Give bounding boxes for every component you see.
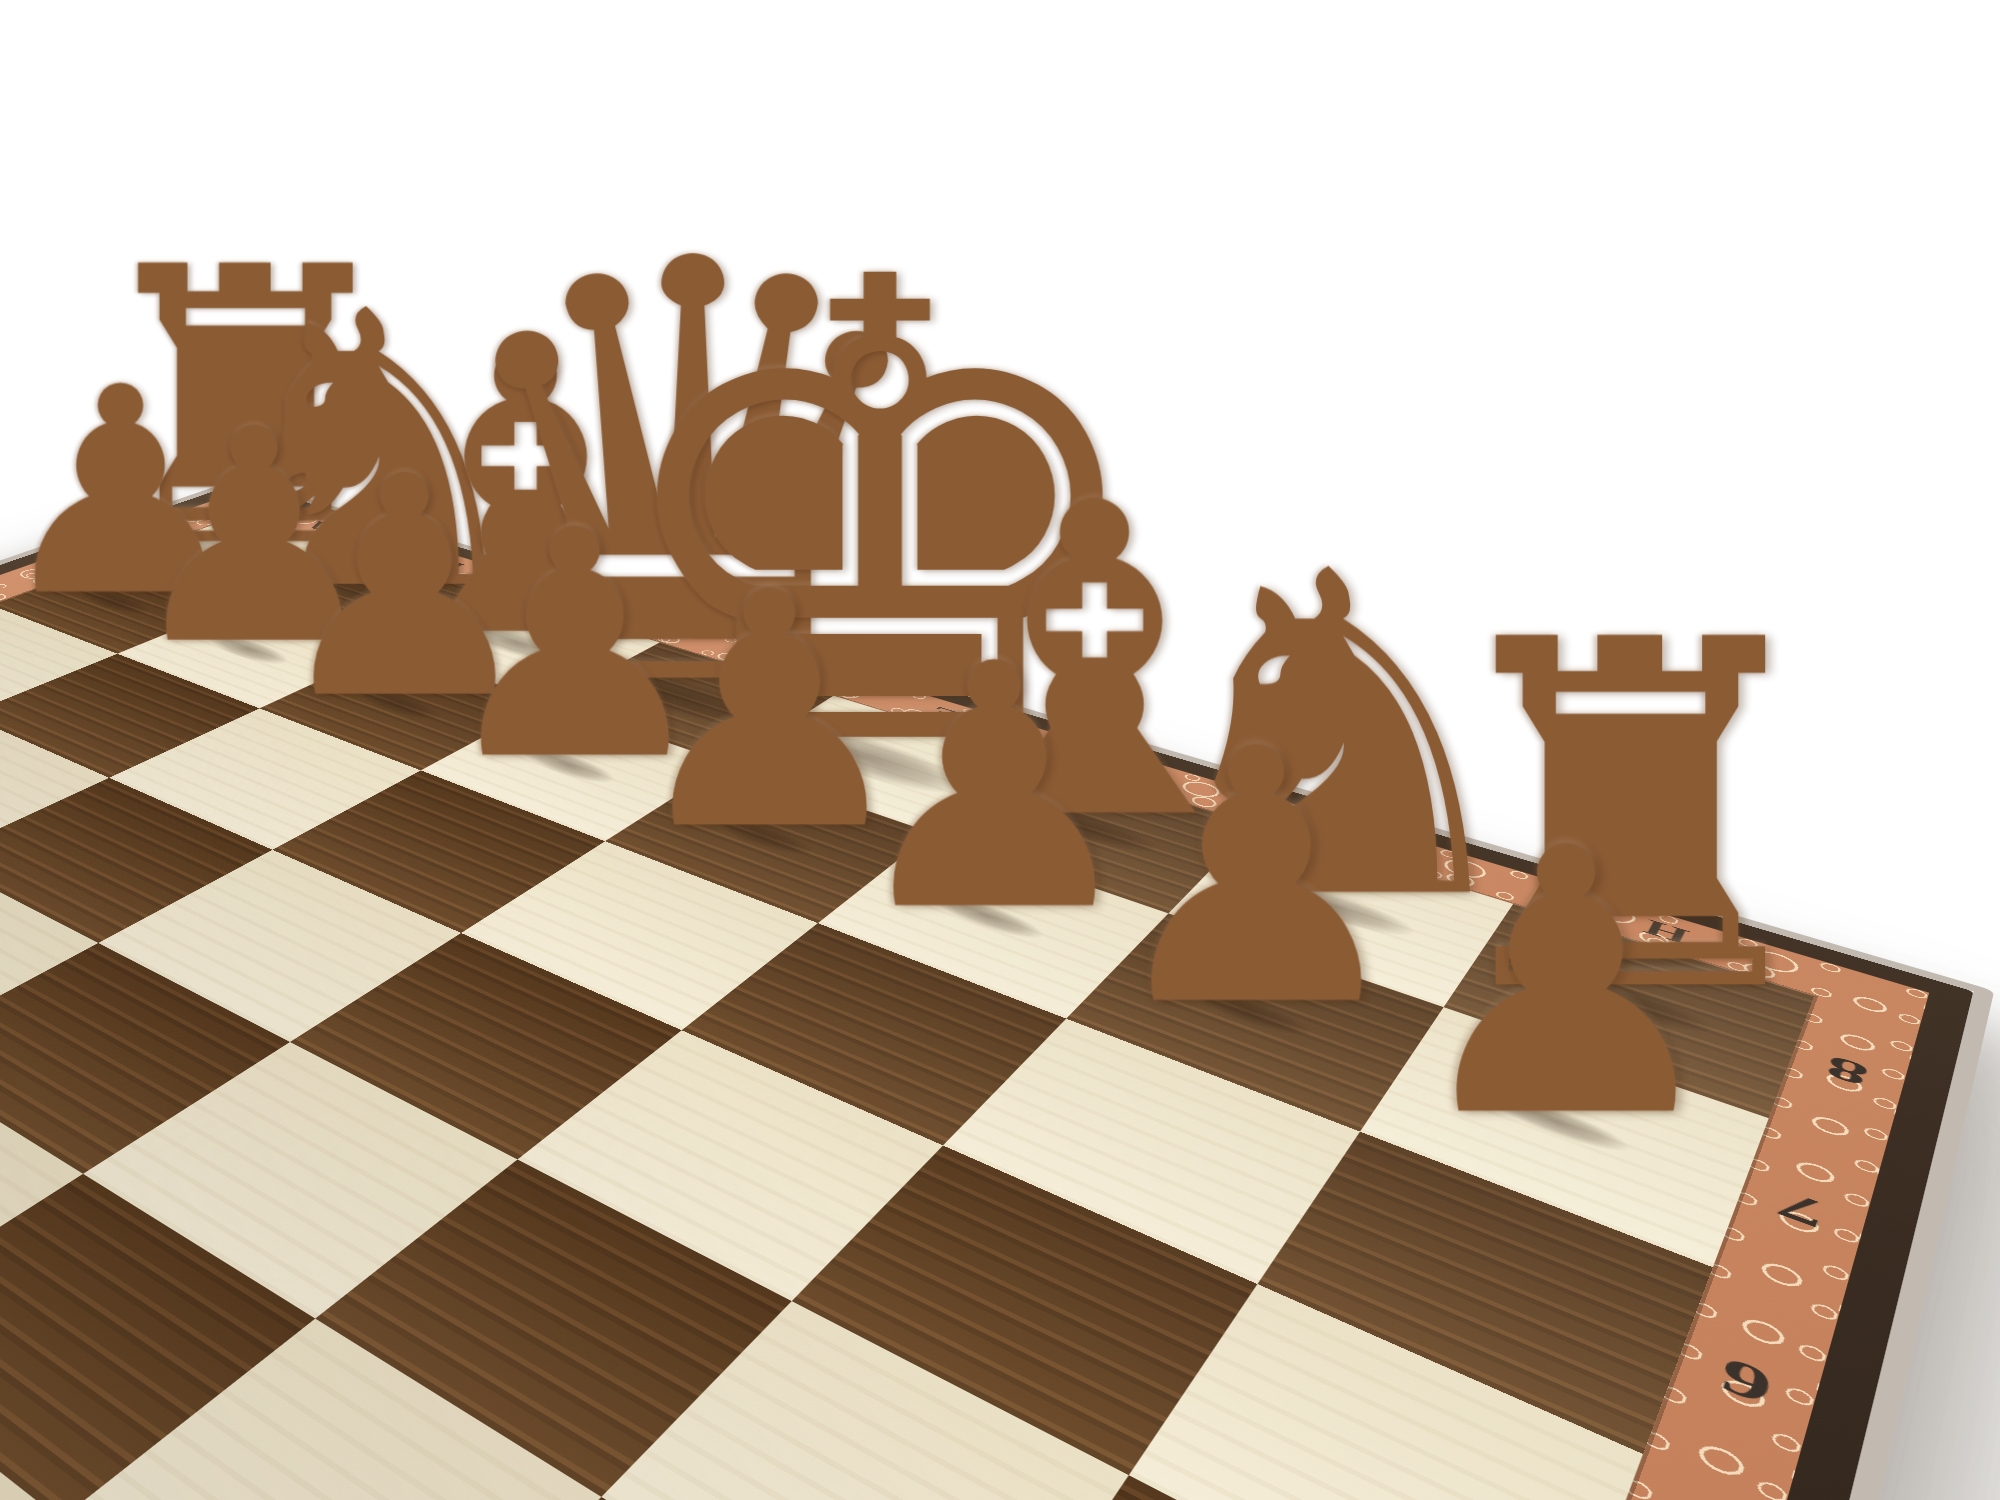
square-f4: [315, 1159, 791, 1496]
square-e3: [0, 1174, 315, 1500]
piece-pawn-h7: ♟: [1402, 801, 1730, 1167]
photo-scene: ♜♞♝♛♚♝♞♜♟♟♟♟♟♟♟♟ 87654321ABCDEFGH: [0, 0, 2000, 1500]
square-a6: [0, 605, 117, 715]
rank-label-6: 6: [1712, 1346, 1779, 1419]
board-grid: ♜♞♝♛♚♝♞♜♟♟♟♟♟♟♟♟: [0, 514, 1814, 1500]
square-g4: [601, 1301, 1128, 1500]
square-e4: [83, 1042, 517, 1319]
piece-pawn-g7: ♟: [1100, 703, 1414, 1053]
rank-label-7: 7: [1772, 1181, 1831, 1239]
square-d4: [0, 943, 290, 1174]
chess-board: ♜♞♝♛♚♝♞♜♟♟♟♟♟♟♟♟ 87654321ABCDEFGH: [0, 483, 1974, 1500]
rank-label-8: 8: [1821, 1048, 1873, 1095]
